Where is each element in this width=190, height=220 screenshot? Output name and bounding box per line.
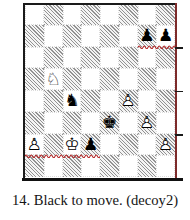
square-g8[interactable] xyxy=(138,3,157,25)
square-e2[interactable] xyxy=(100,134,119,156)
square-h6[interactable] xyxy=(156,47,175,69)
square-e1[interactable] xyxy=(100,155,119,177)
square-g2[interactable] xyxy=(138,134,157,156)
square-g4[interactable] xyxy=(138,90,157,112)
square-a4[interactable] xyxy=(25,90,44,112)
square-f8[interactable] xyxy=(119,3,138,25)
square-g6[interactable] xyxy=(138,47,157,69)
board-border-top xyxy=(23,3,177,5)
black-king: ♚ xyxy=(100,112,119,134)
white-knight: ♞♘ xyxy=(44,68,63,90)
caption: 14. Black to move. (decoy2) xyxy=(0,192,190,209)
square-f7[interactable] xyxy=(119,25,138,47)
square-f4[interactable]: ♟♙ xyxy=(119,90,138,112)
square-f3[interactable] xyxy=(119,112,138,134)
board-area: ♟♟♞♘♞♟♙♚♟♙♟♙♚♔♟♟♙ xyxy=(0,0,190,190)
square-d7[interactable] xyxy=(81,25,100,47)
square-g1[interactable] xyxy=(138,155,157,177)
square-h4[interactable] xyxy=(156,90,175,112)
edge-tick xyxy=(175,47,183,49)
squiggle-underline xyxy=(138,44,176,49)
square-f2[interactable] xyxy=(119,134,138,156)
square-b8[interactable] xyxy=(44,3,63,25)
square-h3[interactable] xyxy=(156,112,175,134)
square-e8[interactable] xyxy=(100,3,119,25)
square-g5[interactable] xyxy=(138,68,157,90)
square-c3[interactable] xyxy=(63,112,82,134)
square-b7[interactable] xyxy=(44,25,63,47)
square-h1[interactable] xyxy=(156,155,175,177)
edge-tick xyxy=(175,91,183,93)
square-b5[interactable]: ♞♘ xyxy=(44,68,63,90)
square-d8[interactable] xyxy=(81,3,100,25)
edge-tick xyxy=(175,134,183,136)
square-b6[interactable] xyxy=(44,47,63,69)
square-b1[interactable] xyxy=(44,155,63,177)
black-knight: ♞ xyxy=(63,90,82,112)
square-a7[interactable] xyxy=(25,25,44,47)
square-f6[interactable] xyxy=(119,47,138,69)
square-a5[interactable] xyxy=(25,68,44,90)
square-g3[interactable]: ♟♙ xyxy=(138,112,157,134)
square-d1[interactable] xyxy=(81,155,100,177)
square-h5[interactable] xyxy=(156,68,175,90)
square-f1[interactable] xyxy=(119,155,138,177)
square-d5[interactable] xyxy=(81,68,100,90)
squiggle-underline xyxy=(25,153,100,158)
square-h8[interactable] xyxy=(156,3,175,25)
square-c4[interactable]: ♞ xyxy=(63,90,82,112)
chess-board[interactable]: ♟♟♞♘♞♟♙♚♟♙♟♙♚♔♟♟♙ xyxy=(25,3,175,177)
board-border-left xyxy=(23,3,25,178)
square-e4[interactable] xyxy=(100,90,119,112)
square-h2[interactable]: ♟♙ xyxy=(156,134,175,156)
square-c5[interactable] xyxy=(63,68,82,90)
square-d3[interactable] xyxy=(81,112,100,134)
square-e5[interactable] xyxy=(100,68,119,90)
square-e3[interactable]: ♚ xyxy=(100,112,119,134)
square-a3[interactable] xyxy=(25,112,44,134)
square-c6[interactable] xyxy=(63,47,82,69)
square-e7[interactable] xyxy=(100,25,119,47)
white-pawn: ♟♙ xyxy=(138,112,157,134)
board-border-bottom xyxy=(22,178,183,181)
white-pawn: ♟♙ xyxy=(119,90,138,112)
puzzle-diagram: ♟♟♞♘♞♟♙♚♟♙♟♙♚♔♟♟♙ 14. Black to move. (de… xyxy=(0,0,190,220)
square-d4[interactable] xyxy=(81,90,100,112)
square-c8[interactable] xyxy=(63,3,82,25)
square-e6[interactable] xyxy=(100,47,119,69)
square-f5[interactable] xyxy=(119,68,138,90)
square-c1[interactable] xyxy=(63,155,82,177)
square-b4[interactable] xyxy=(44,90,63,112)
square-c7[interactable] xyxy=(63,25,82,47)
square-a1[interactable] xyxy=(25,155,44,177)
square-a6[interactable] xyxy=(25,47,44,69)
white-pawn: ♟♙ xyxy=(156,134,175,156)
square-b3[interactable] xyxy=(44,112,63,134)
square-a8[interactable] xyxy=(25,3,44,25)
square-d6[interactable] xyxy=(81,47,100,69)
